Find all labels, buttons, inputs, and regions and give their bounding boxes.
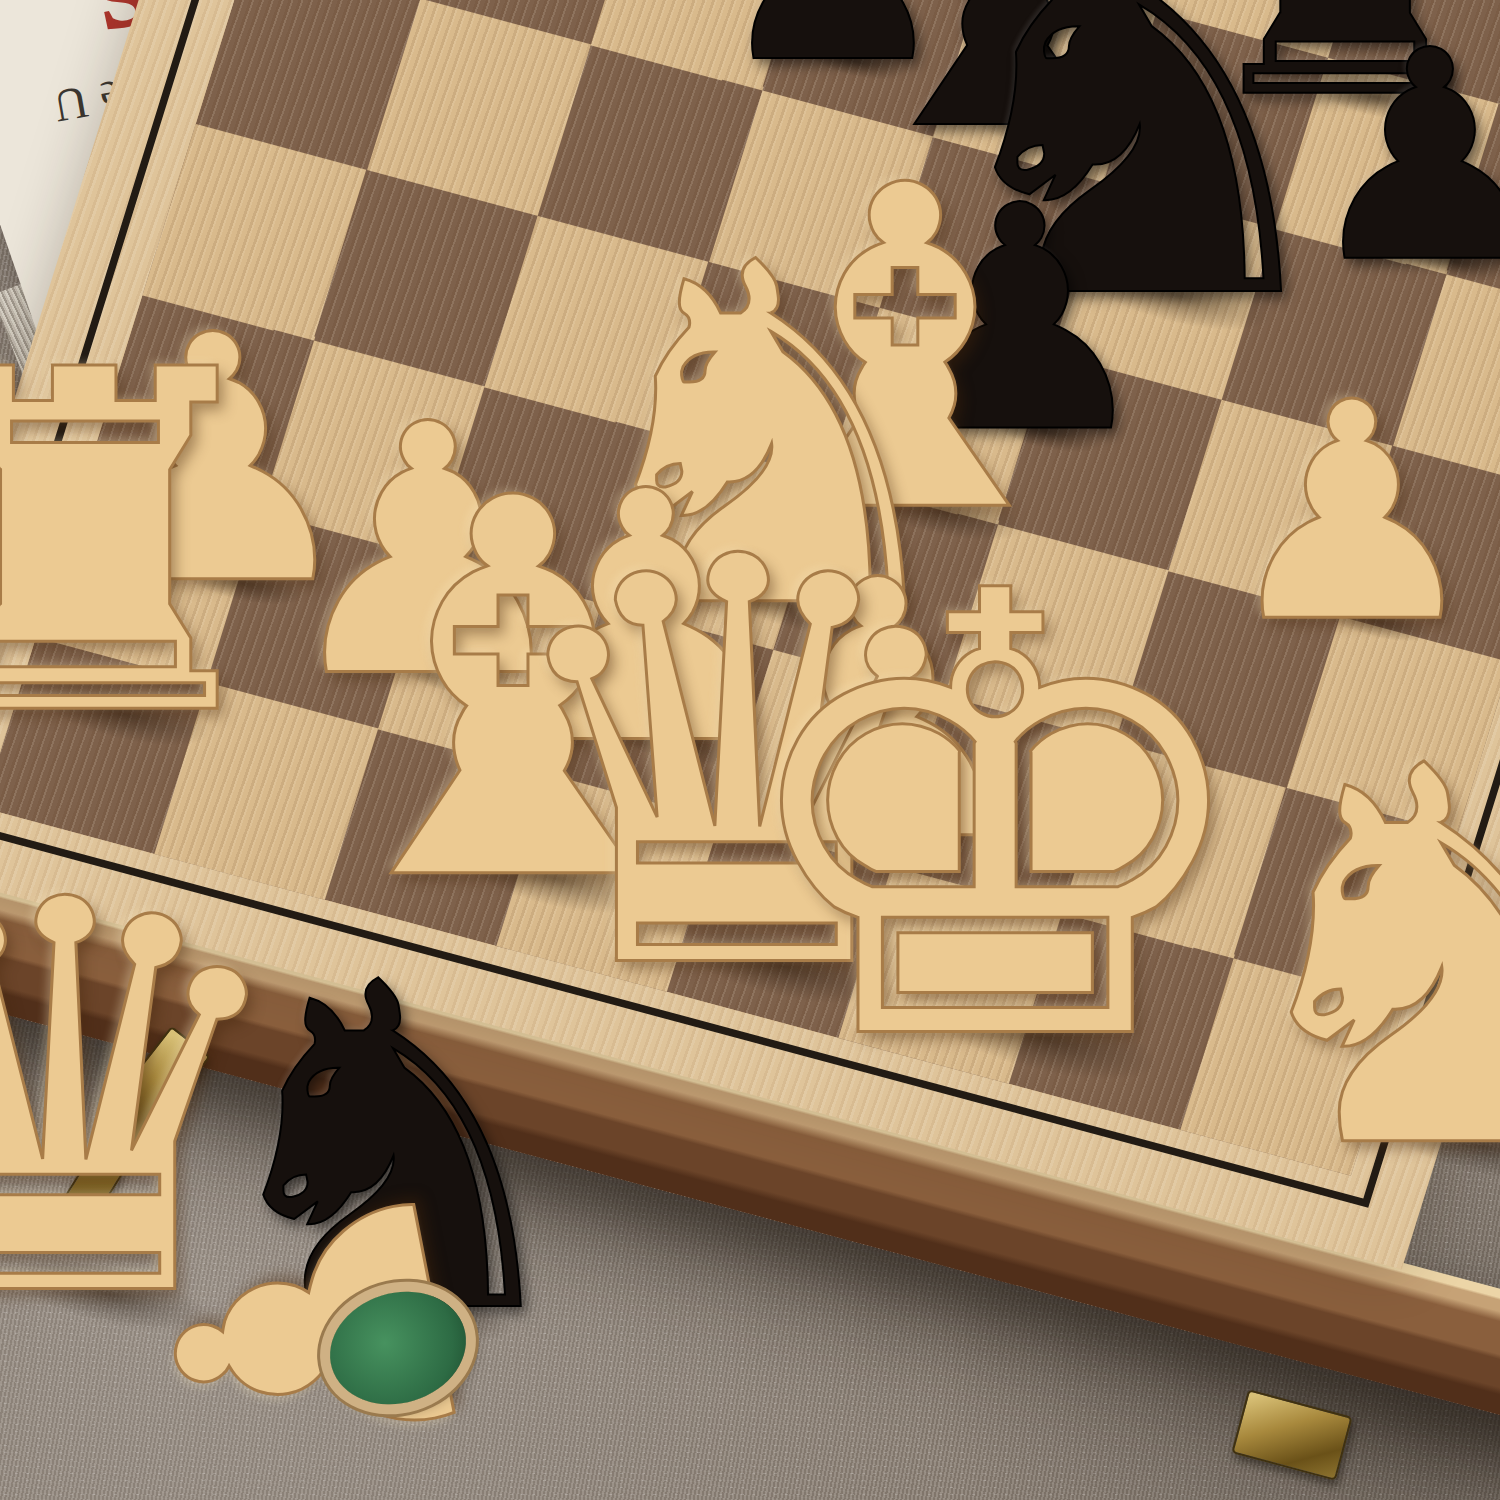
piece-white-n-h1[interactable]: ♞ (1207, 701, 1500, 1221)
piece-white-r-a1[interactable]: ♜ (0, 311, 296, 781)
piece-white-k-g1[interactable]: ♚ (722, 515, 1269, 1125)
